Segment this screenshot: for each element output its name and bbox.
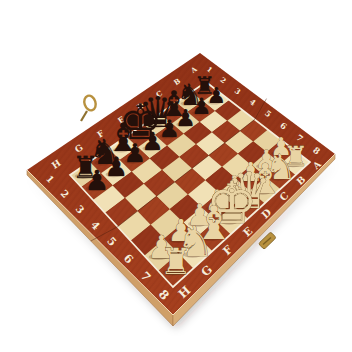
brass-hinge-icon [82, 94, 97, 112]
brass-hinge-stem [81, 111, 87, 121]
chess-set-product-photo: chess AA11BB22CC33DD44EE55FF66GG77HH88♜♟… [0, 0, 352, 352]
piece-white-rook-h8: ♜ [160, 241, 192, 282]
piece-black-pawn-h2: ♟ [85, 164, 110, 197]
chess-board: AA11BB22CC33DD44EE55FF66GG77HH88♜♟♞♟♝♟♛♟… [0, 0, 352, 352]
